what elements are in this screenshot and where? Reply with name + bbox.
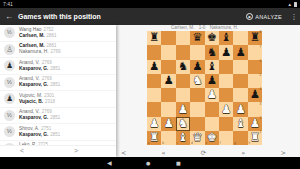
nav-recents-icon[interactable]: ■ <box>176 157 181 169</box>
black-player-name: Kasparov, G. <box>19 132 48 137</box>
square-g7[interactable]: ♟ <box>233 45 247 59</box>
square-d4[interactable] <box>190 88 204 102</box>
white-player-label: Carlsen, M. <box>171 25 195 30</box>
game-list-item[interactable]: ½Anand, V.2769Kasparov, G.2851 <box>0 75 116 92</box>
page-title: Games with this position <box>18 13 101 20</box>
white-player-rating: 2769 <box>42 109 52 114</box>
game-players: Anand, V.2769Kasparov, G.2851 <box>19 60 60 72</box>
result-label: 1-0 <box>199 25 206 30</box>
white-player-rating: 2751 <box>41 126 51 131</box>
back-arrow-icon[interactable]: ← <box>0 12 18 21</box>
square-b7[interactable] <box>161 45 175 59</box>
black-player-rating: 2318 <box>45 99 55 104</box>
square-f7[interactable]: ♟ <box>219 45 233 59</box>
white-pawn-piece: ♟ <box>147 117 161 131</box>
black-pawn-piece: ♟ <box>205 74 219 88</box>
result-avatar: ½ <box>4 126 15 137</box>
board-controls: <«⟳»> <box>121 149 286 157</box>
chess-board: ♜♛♚♝♜8♞♟♟7♟♞♟♝6♟♞♟5♟♟4♟♟♟3♟♟♞♝♟2♜ab♝c♛d♚… <box>147 31 262 145</box>
board-pane: Carlsen, M. 1-0 Nakamura, H. ♜♛♚♝♜8♞♟♟7♟… <box>116 25 300 157</box>
square-b8[interactable] <box>161 31 175 45</box>
jump-backward-icon[interactable]: « <box>162 149 166 157</box>
square-a7[interactable] <box>147 45 161 59</box>
black-player-name: Nakamura, H. <box>19 49 49 54</box>
square-e3[interactable] <box>205 102 219 116</box>
file-label: b <box>162 142 164 145</box>
file-label: d <box>191 142 193 145</box>
next-page-icon[interactable]: > <box>74 146 78 156</box>
square-e6[interactable]: ♝ <box>205 60 219 74</box>
game-list-item[interactable]: ½Shirov, A.2751Kasparov, G.2851 <box>0 124 116 141</box>
square-h2[interactable]: ♟2 <box>248 117 262 131</box>
black-player-rating: 2851 <box>50 132 60 137</box>
overflow-menu-icon[interactable]: ⋮ <box>288 13 300 21</box>
file-label: g <box>234 142 236 145</box>
file-label: a <box>148 142 150 145</box>
rank-label: 3 <box>260 103 262 106</box>
black-knight-piece: ♞ <box>176 60 190 74</box>
square-d1[interactable]: ♛d <box>190 131 204 145</box>
jump-forward-icon[interactable]: » <box>241 149 245 157</box>
battery-icon <box>294 2 297 7</box>
prev-page-icon[interactable]: < <box>20 146 24 156</box>
file-label: f <box>220 142 221 145</box>
square-b2[interactable]: ♟ <box>161 117 175 131</box>
rank-label: 2 <box>260 117 262 120</box>
game-list-item[interactable]: ½Wang Hao2752Carlsen, M.2861 <box>0 25 116 42</box>
square-d3[interactable] <box>190 102 204 116</box>
square-c4[interactable] <box>176 88 190 102</box>
black-player-name: Vujacic, B. <box>19 99 43 104</box>
white-player-name: Vujovic, M. <box>19 93 42 98</box>
game-players: Wang Hao2752Carlsen, M.2861 <box>19 27 57 39</box>
square-c5[interactable] <box>176 74 190 88</box>
result-icon: ½ <box>7 129 12 135</box>
square-c7[interactable] <box>176 45 190 59</box>
white-player-name: Anand, V. <box>19 60 40 65</box>
square-a6[interactable]: ♟ <box>147 60 161 74</box>
white-player-name: Shirov, A. <box>19 126 39 131</box>
square-f6[interactable] <box>219 60 233 74</box>
black-knight-piece: ♞ <box>205 45 219 59</box>
square-h3[interactable]: 3 <box>248 102 262 116</box>
square-f5[interactable] <box>219 74 233 88</box>
analyze-label: ANALYZE <box>255 14 282 20</box>
square-d5[interactable]: ♞ <box>190 74 204 88</box>
result-avatar: ½ <box>4 27 15 38</box>
square-a8[interactable]: ♜ <box>147 31 161 45</box>
nav-home-icon[interactable]: ● <box>146 157 150 169</box>
rank-label: 7 <box>260 46 262 49</box>
white-player-name: Carlsen, M. <box>19 43 45 48</box>
square-g2[interactable]: ♝ <box>233 117 247 131</box>
white-pawn-piece: ♟ <box>176 102 190 116</box>
square-a2[interactable]: ♟ <box>147 117 161 131</box>
black-bishop-piece: ♝ <box>219 31 233 45</box>
action-bar: ← Games with this position ▶ ANALYZE ⋮ <box>0 8 300 25</box>
square-f1[interactable]: f <box>219 131 233 145</box>
square-c3[interactable]: ♟ <box>176 102 190 116</box>
black-bishop-piece: ♝ <box>205 60 219 74</box>
square-a4[interactable] <box>147 88 161 102</box>
analyze-engine-icon: ▶ <box>246 13 253 20</box>
square-e1[interactable]: ♚e <box>205 131 219 145</box>
square-e8[interactable]: ♚ <box>205 31 219 45</box>
black-player-name: Kasparov, G. <box>19 66 48 71</box>
black-king-piece: ♚ <box>205 31 219 45</box>
square-h5[interactable]: 5 <box>248 74 262 88</box>
game-players: Shirov, A.2751Kasparov, G.2851 <box>19 126 60 138</box>
result-avatar: ½ <box>4 77 15 88</box>
game-list-item[interactable]: ♟Anand, V.2769Kasparov, G.2851 <box>0 58 116 75</box>
square-a5[interactable] <box>147 74 161 88</box>
white-bishop-piece: ♝ <box>233 117 247 131</box>
game-players: Vujovic, M.2301Vujacic, B.2318 <box>19 93 55 105</box>
square-d8[interactable]: ♛ <box>190 31 204 45</box>
square-f8[interactable]: ♝ <box>219 31 233 45</box>
square-e4[interactable]: ♟ <box>205 88 219 102</box>
status-icons: ▲ <box>288 2 297 7</box>
file-label: c <box>177 142 179 145</box>
game-list-item[interactable]: ♙Carlsen, M.2861Nakamura, H.2769 <box>0 42 116 59</box>
black-player-name: Kasparov, G. <box>19 115 48 120</box>
result-icon: ♟ <box>6 95 13 103</box>
file-label: e <box>205 142 207 145</box>
square-b3[interactable] <box>161 102 175 116</box>
square-f3[interactable]: ♟ <box>219 102 233 116</box>
white-player-rating: 2769 <box>42 60 52 65</box>
square-c2[interactable]: ♞ <box>176 117 190 131</box>
square-f2[interactable] <box>219 117 233 131</box>
square-g4[interactable] <box>233 88 247 102</box>
black-pawn-piece: ♟ <box>147 60 161 74</box>
result-avatar: ½ <box>4 110 15 121</box>
android-nav-bar: ◀ ● ■ <box>0 157 300 169</box>
black-player-rating: 2851 <box>50 66 60 71</box>
black-pawn-piece: ♟ <box>233 45 247 59</box>
rank-label: 4 <box>260 88 262 91</box>
flip-board-icon[interactable]: ⟳ <box>201 149 206 157</box>
black-player-rating: 2851 <box>50 115 60 120</box>
analyze-button[interactable]: ▶ ANALYZE <box>246 13 282 20</box>
square-e5[interactable]: ♟ <box>205 74 219 88</box>
square-b5[interactable]: ♟ <box>161 74 175 88</box>
black-rook-piece: ♜ <box>147 31 161 45</box>
square-c8[interactable] <box>176 31 190 45</box>
rank-label: 5 <box>260 74 262 77</box>
square-d7[interactable] <box>190 45 204 59</box>
result-icon: ½ <box>7 113 12 119</box>
square-b1[interactable]: b <box>161 131 175 145</box>
black-queen-piece: ♛ <box>190 31 204 45</box>
square-g5[interactable] <box>233 74 247 88</box>
result-icon: ♙ <box>6 46 13 54</box>
white-knight-piece: ♞ <box>190 74 204 88</box>
square-h4[interactable]: ♟4 <box>248 88 262 102</box>
white-pawn-piece: ♟ <box>205 88 219 102</box>
game-list-item[interactable]: ½Anand, V.2769Kasparov, G.2851 <box>0 108 116 125</box>
white-player-rating: 2861 <box>47 43 57 48</box>
result-icon: ½ <box>7 30 12 36</box>
result-avatar: ♟ <box>4 60 15 71</box>
black-player-rating: 2769 <box>51 49 61 54</box>
square-d2[interactable] <box>190 117 204 131</box>
content: ½Wang Hao2752Carlsen, M.2861♙Carlsen, M.… <box>0 25 300 157</box>
result-avatar: ♙ <box>4 44 15 55</box>
black-pawn-piece: ♟ <box>219 45 233 59</box>
result-icon: ½ <box>7 80 12 86</box>
white-pawn-piece: ♟ <box>161 117 175 131</box>
square-e2[interactable] <box>205 117 219 131</box>
square-c1[interactable]: ♝c <box>176 131 190 145</box>
black-pawn-piece: ♟ <box>190 60 204 74</box>
square-a3[interactable] <box>147 102 161 116</box>
square-h6[interactable]: 6 <box>248 60 262 74</box>
square-g3[interactable]: ♟ <box>233 102 247 116</box>
rank-label: 8 <box>260 31 262 34</box>
square-d6[interactable]: ♟ <box>190 60 204 74</box>
square-h8[interactable]: ♜8 <box>248 31 262 45</box>
square-f4[interactable] <box>219 88 233 102</box>
game-players: Carlsen, M.2861Nakamura, H.2769 <box>19 43 61 55</box>
square-e7[interactable]: ♞ <box>205 45 219 59</box>
square-b4[interactable] <box>161 88 175 102</box>
rank-label: 1 <box>260 131 262 134</box>
white-player-rating: 2301 <box>44 93 54 98</box>
white-player-rating: 2769 <box>42 76 52 81</box>
square-g1[interactable]: g <box>233 131 247 145</box>
white-knight-piece: ♞ <box>176 117 190 131</box>
black-player-rating: 2851 <box>50 82 60 87</box>
game-list-item[interactable]: ♟Vujovic, M.2301Vujacic, B.2318 <box>0 91 116 108</box>
status-bar: 7:41 ▲ <box>0 0 300 8</box>
white-pawn-piece: ♟ <box>233 102 247 116</box>
signal-icon: ▲ <box>288 2 292 7</box>
square-c6[interactable]: ♞ <box>176 60 190 74</box>
games-list: ½Wang Hao2752Carlsen, M.2861♙Carlsen, M.… <box>0 25 116 157</box>
file-label: h <box>249 142 251 145</box>
square-h7[interactable]: 7 <box>248 45 262 59</box>
black-player-label: Nakamura, H. <box>210 25 238 30</box>
games-panel: ½Wang Hao2752Carlsen, M.2861♙Carlsen, M.… <box>0 25 116 157</box>
square-a1[interactable]: ♜a <box>147 131 161 145</box>
square-g6[interactable] <box>233 60 247 74</box>
square-g8[interactable] <box>233 31 247 45</box>
white-player-rating: 2752 <box>44 27 54 32</box>
prev-move-icon[interactable]: < <box>121 149 126 157</box>
square-h1[interactable]: ♜1h <box>248 131 262 145</box>
black-pawn-piece: ♟ <box>161 74 175 88</box>
next-move-icon[interactable]: > <box>281 149 286 157</box>
game-players: Anand, V.2769Kasparov, G.2851 <box>19 109 60 121</box>
square-b6[interactable] <box>161 60 175 74</box>
white-pawn-piece: ♟ <box>219 102 233 116</box>
result-icon: ♟ <box>6 62 13 70</box>
black-player-rating: 2861 <box>47 33 57 38</box>
games-pagination: < > <box>0 145 116 157</box>
white-player-name: Wang Hao <box>19 27 42 32</box>
black-player-name: Kasparov, G. <box>19 82 48 87</box>
game-players: Anand, V.2769Kasparov, G.2851 <box>19 76 60 88</box>
black-player-name: Carlsen, M. <box>19 33 45 38</box>
white-player-name: Anand, V. <box>19 109 40 114</box>
rank-label: 6 <box>260 60 262 63</box>
nav-back-icon[interactable]: ◀ <box>107 157 112 169</box>
white-player-name: Anand, V. <box>19 76 40 81</box>
result-avatar: ♟ <box>4 93 15 104</box>
clock: 7:41 <box>3 1 13 7</box>
